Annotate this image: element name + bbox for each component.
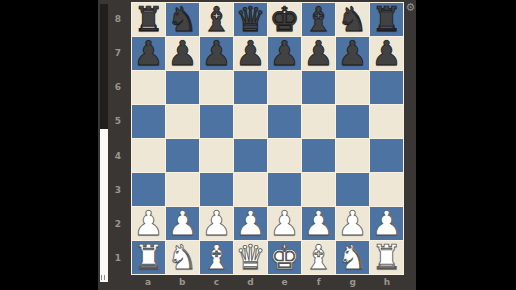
file-label-g: g — [336, 276, 370, 288]
file-label-a: a — [131, 276, 165, 288]
square-a3[interactable] — [132, 173, 165, 206]
piece-white-queen: ♛ — [235, 241, 265, 274]
square-h3[interactable] — [370, 173, 403, 206]
piece-black-pawn: ♟ — [167, 37, 197, 70]
piece-black-knight: ♞ — [167, 3, 197, 36]
rank-label-8: 8 — [106, 2, 130, 36]
square-g7[interactable]: ♟ — [336, 37, 369, 70]
file-label-d: d — [233, 276, 267, 288]
square-b1[interactable]: ♞ — [166, 241, 199, 274]
square-d6[interactable] — [234, 71, 267, 104]
piece-black-pawn: ♟ — [269, 37, 299, 70]
rank-label-6: 6 — [106, 70, 130, 104]
square-g4[interactable] — [336, 139, 369, 172]
square-g3[interactable] — [336, 173, 369, 206]
piece-white-bishop: ♝ — [303, 241, 333, 274]
square-h8[interactable]: ♜ — [370, 3, 403, 36]
square-b6[interactable] — [166, 71, 199, 104]
square-c1[interactable]: ♝ — [200, 241, 233, 274]
piece-black-bishop: ♝ — [303, 3, 333, 36]
square-g6[interactable] — [336, 71, 369, 104]
square-d2[interactable]: ♟ — [234, 207, 267, 240]
file-label-c: c — [199, 276, 233, 288]
square-c7[interactable]: ♟ — [200, 37, 233, 70]
square-e3[interactable] — [268, 173, 301, 206]
piece-white-king: ♚ — [269, 241, 299, 274]
square-e4[interactable] — [268, 139, 301, 172]
rank-label-4: 4 — [106, 139, 130, 173]
piece-white-pawn: ♟ — [337, 207, 367, 240]
square-e8[interactable]: ♚ — [268, 3, 301, 36]
square-c4[interactable] — [200, 139, 233, 172]
piece-black-rook: ♜ — [371, 3, 401, 36]
file-label-e: e — [268, 276, 302, 288]
square-e5[interactable] — [268, 105, 301, 138]
square-e6[interactable] — [268, 71, 301, 104]
square-g5[interactable] — [336, 105, 369, 138]
square-f1[interactable]: ♝ — [302, 241, 335, 274]
square-b4[interactable] — [166, 139, 199, 172]
square-b3[interactable] — [166, 173, 199, 206]
piece-white-pawn: ♟ — [167, 207, 197, 240]
square-f5[interactable] — [302, 105, 335, 138]
square-e7[interactable]: ♟ — [268, 37, 301, 70]
square-b5[interactable] — [166, 105, 199, 138]
piece-black-knight: ♞ — [337, 3, 367, 36]
square-f8[interactable]: ♝ — [302, 3, 335, 36]
square-b7[interactable]: ♟ — [166, 37, 199, 70]
square-f2[interactable]: ♟ — [302, 207, 335, 240]
evaluation-bar-grip-icon — [101, 275, 107, 280]
square-d7[interactable]: ♟ — [234, 37, 267, 70]
piece-black-pawn: ♟ — [133, 37, 163, 70]
square-c3[interactable] — [200, 173, 233, 206]
piece-white-pawn: ♟ — [269, 207, 299, 240]
square-c6[interactable] — [200, 71, 233, 104]
rank-label-5: 5 — [106, 104, 130, 138]
piece-white-pawn: ♟ — [133, 207, 163, 240]
video-frame: 87654321 ♜♞♝♛♚♝♞♜♟♟♟♟♟♟♟♟♟♟♟♟♟♟♟♟♜♞♝♛♚♝♞… — [0, 0, 516, 290]
rank-label-1: 1 — [106, 241, 130, 275]
settings-gear-icon[interactable]: ⚙ — [404, 1, 417, 14]
square-e1[interactable]: ♚ — [268, 241, 301, 274]
square-d8[interactable]: ♛ — [234, 3, 267, 36]
piece-white-pawn: ♟ — [201, 207, 231, 240]
square-a4[interactable] — [132, 139, 165, 172]
rank-label-7: 7 — [106, 36, 130, 70]
square-h5[interactable] — [370, 105, 403, 138]
square-e2[interactable]: ♟ — [268, 207, 301, 240]
square-d4[interactable] — [234, 139, 267, 172]
square-a6[interactable] — [132, 71, 165, 104]
piece-black-pawn: ♟ — [201, 37, 231, 70]
square-a5[interactable] — [132, 105, 165, 138]
piece-black-rook: ♜ — [133, 3, 163, 36]
square-f7[interactable]: ♟ — [302, 37, 335, 70]
square-c5[interactable] — [200, 105, 233, 138]
piece-black-pawn: ♟ — [371, 37, 401, 70]
square-f6[interactable] — [302, 71, 335, 104]
piece-white-pawn: ♟ — [235, 207, 265, 240]
square-f3[interactable] — [302, 173, 335, 206]
square-a1[interactable]: ♜ — [132, 241, 165, 274]
square-b2[interactable]: ♟ — [166, 207, 199, 240]
square-g2[interactable]: ♟ — [336, 207, 369, 240]
piece-black-bishop: ♝ — [201, 3, 231, 36]
square-h7[interactable]: ♟ — [370, 37, 403, 70]
square-g1[interactable]: ♞ — [336, 241, 369, 274]
piece-white-pawn: ♟ — [303, 207, 333, 240]
piece-white-knight: ♞ — [167, 241, 197, 274]
square-c8[interactable]: ♝ — [200, 3, 233, 36]
square-f4[interactable] — [302, 139, 335, 172]
square-h6[interactable] — [370, 71, 403, 104]
rank-label-2: 2 — [106, 207, 130, 241]
piece-white-rook: ♜ — [371, 241, 401, 274]
square-h1[interactable]: ♜ — [370, 241, 403, 274]
piece-black-pawn: ♟ — [235, 37, 265, 70]
square-h2[interactable]: ♟ — [370, 207, 403, 240]
square-a8[interactable]: ♜ — [132, 3, 165, 36]
file-coordinates: abcdefgh — [131, 276, 404, 288]
file-label-h: h — [370, 276, 404, 288]
square-c2[interactable]: ♟ — [200, 207, 233, 240]
square-h4[interactable] — [370, 139, 403, 172]
square-a2[interactable]: ♟ — [132, 207, 165, 240]
piece-white-bishop: ♝ — [201, 241, 231, 274]
piece-white-knight: ♞ — [337, 241, 367, 274]
file-label-b: b — [165, 276, 199, 288]
chess-board[interactable]: ♜♞♝♛♚♝♞♜♟♟♟♟♟♟♟♟♟♟♟♟♟♟♟♟♜♞♝♛♚♝♞♜ — [131, 2, 404, 275]
piece-black-pawn: ♟ — [337, 37, 367, 70]
square-a7[interactable]: ♟ — [132, 37, 165, 70]
piece-black-king: ♚ — [269, 3, 299, 36]
square-d1[interactable]: ♛ — [234, 241, 267, 274]
rank-coordinates: 87654321 — [106, 2, 130, 275]
file-label-f: f — [302, 276, 336, 288]
piece-white-pawn: ♟ — [371, 207, 401, 240]
piece-black-queen: ♛ — [235, 3, 265, 36]
rank-label-3: 3 — [106, 173, 130, 207]
piece-white-rook: ♜ — [133, 241, 163, 274]
square-d5[interactable] — [234, 105, 267, 138]
square-b8[interactable]: ♞ — [166, 3, 199, 36]
square-g8[interactable]: ♞ — [336, 3, 369, 36]
piece-black-pawn: ♟ — [303, 37, 333, 70]
square-d3[interactable] — [234, 173, 267, 206]
